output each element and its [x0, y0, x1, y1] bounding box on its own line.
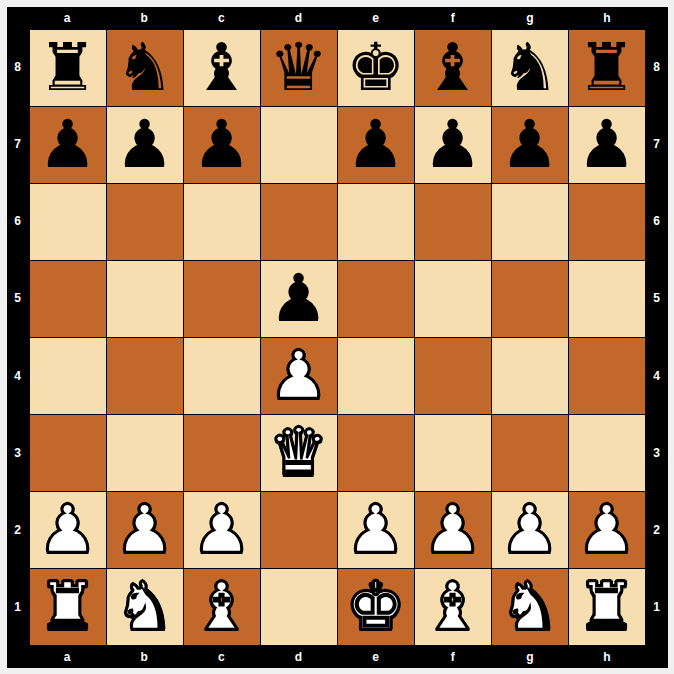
- rank-label-5: 5: [7, 260, 29, 337]
- file-labels-bottom: abcdefgh: [29, 646, 646, 668]
- file-label-c: c: [183, 646, 260, 668]
- square-g4[interactable]: [492, 338, 568, 414]
- square-a1[interactable]: ♜: [30, 569, 106, 645]
- square-e1[interactable]: ♚: [338, 569, 414, 645]
- square-g1[interactable]: ♞: [492, 569, 568, 645]
- rank-label-4: 4: [7, 337, 29, 414]
- square-c8[interactable]: ♝: [184, 30, 260, 106]
- square-g2[interactable]: ♟: [492, 492, 568, 568]
- rank-label-8: 8: [646, 29, 668, 106]
- piece-black-pawn: ♟: [346, 107, 405, 183]
- frame-corner: [7, 7, 29, 29]
- file-labels-top: abcdefgh: [29, 7, 646, 29]
- square-f3[interactable]: [415, 415, 491, 491]
- piece-white-queen: ♛: [269, 415, 328, 491]
- piece-black-pawn: ♟: [269, 261, 328, 337]
- rank-labels-left: 87654321: [7, 29, 29, 646]
- piece-black-bishop: ♝: [192, 30, 251, 106]
- square-c4[interactable]: [184, 338, 260, 414]
- square-c7[interactable]: ♟: [184, 107, 260, 183]
- square-a6[interactable]: [30, 184, 106, 260]
- square-c2[interactable]: ♟: [184, 492, 260, 568]
- piece-black-pawn: ♟: [38, 107, 97, 183]
- piece-white-pawn: ♟: [38, 492, 97, 568]
- frame-corner: [646, 7, 668, 29]
- piece-white-pawn: ♟: [346, 492, 405, 568]
- piece-white-pawn: ♟: [192, 492, 251, 568]
- piece-white-rook: ♜: [38, 569, 97, 645]
- square-f8[interactable]: ♝: [415, 30, 491, 106]
- file-label-b: b: [106, 646, 183, 668]
- file-label-d: d: [260, 7, 337, 29]
- piece-black-pawn: ♟: [192, 107, 251, 183]
- square-d5[interactable]: ♟: [261, 261, 337, 337]
- piece-white-king: ♚: [346, 569, 405, 645]
- piece-black-king: ♚: [346, 30, 405, 106]
- square-g6[interactable]: [492, 184, 568, 260]
- piece-black-bishop: ♝: [423, 30, 482, 106]
- square-a4[interactable]: [30, 338, 106, 414]
- square-f1[interactable]: ♝: [415, 569, 491, 645]
- square-b6[interactable]: [107, 184, 183, 260]
- square-h2[interactable]: ♟: [569, 492, 645, 568]
- square-b8[interactable]: ♞: [107, 30, 183, 106]
- file-label-h: h: [568, 7, 645, 29]
- file-label-g: g: [491, 646, 568, 668]
- piece-black-rook: ♜: [577, 30, 636, 106]
- square-f4[interactable]: [415, 338, 491, 414]
- square-d4[interactable]: ♟: [261, 338, 337, 414]
- square-a7[interactable]: ♟: [30, 107, 106, 183]
- square-d8[interactable]: ♛: [261, 30, 337, 106]
- file-label-b: b: [106, 7, 183, 29]
- file-label-f: f: [414, 7, 491, 29]
- file-label-e: e: [337, 7, 414, 29]
- square-d1[interactable]: [261, 569, 337, 645]
- square-b4[interactable]: [107, 338, 183, 414]
- rank-label-8: 8: [7, 29, 29, 106]
- square-d7[interactable]: [261, 107, 337, 183]
- piece-black-queen: ♛: [269, 30, 328, 106]
- rank-label-7: 7: [7, 106, 29, 183]
- file-label-c: c: [183, 7, 260, 29]
- frame-corner: [646, 646, 668, 668]
- square-h5[interactable]: [569, 261, 645, 337]
- rank-label-1: 1: [646, 568, 668, 645]
- square-e3[interactable]: [338, 415, 414, 491]
- square-f2[interactable]: ♟: [415, 492, 491, 568]
- piece-white-pawn: ♟: [115, 492, 174, 568]
- square-e5[interactable]: [338, 261, 414, 337]
- square-c1[interactable]: ♝: [184, 569, 260, 645]
- piece-white-bishop: ♝: [192, 569, 251, 645]
- piece-white-bishop: ♝: [423, 569, 482, 645]
- square-h3[interactable]: [569, 415, 645, 491]
- square-b2[interactable]: ♟: [107, 492, 183, 568]
- square-f7[interactable]: ♟: [415, 107, 491, 183]
- square-g3[interactable]: [492, 415, 568, 491]
- page-background: abcdefgh 87654321 ♜♞♝♛♚♝♞♜♟♟♟♟♟♟♟♟♟♛♟♟♟♟…: [0, 0, 674, 674]
- file-label-g: g: [491, 7, 568, 29]
- square-h6[interactable]: [569, 184, 645, 260]
- square-c3[interactable]: [184, 415, 260, 491]
- square-c5[interactable]: [184, 261, 260, 337]
- square-b7[interactable]: ♟: [107, 107, 183, 183]
- rank-label-5: 5: [646, 260, 668, 337]
- piece-white-pawn: ♟: [577, 492, 636, 568]
- square-f5[interactable]: [415, 261, 491, 337]
- square-a8[interactable]: ♜: [30, 30, 106, 106]
- piece-white-rook: ♜: [577, 569, 636, 645]
- square-c6[interactable]: [184, 184, 260, 260]
- square-a5[interactable]: [30, 261, 106, 337]
- square-a2[interactable]: ♟: [30, 492, 106, 568]
- square-h1[interactable]: ♜: [569, 569, 645, 645]
- piece-black-rook: ♜: [38, 30, 97, 106]
- square-e6[interactable]: [338, 184, 414, 260]
- square-g8[interactable]: ♞: [492, 30, 568, 106]
- rank-label-2: 2: [646, 491, 668, 568]
- rank-labels-right: 87654321: [646, 29, 668, 646]
- piece-white-knight: ♞: [500, 569, 559, 645]
- piece-white-knight: ♞: [115, 569, 174, 645]
- file-label-a: a: [29, 7, 106, 29]
- square-d3[interactable]: ♛: [261, 415, 337, 491]
- file-label-d: d: [260, 646, 337, 668]
- square-b5[interactable]: [107, 261, 183, 337]
- square-h4[interactable]: [569, 338, 645, 414]
- square-f6[interactable]: [415, 184, 491, 260]
- file-label-f: f: [414, 646, 491, 668]
- piece-white-pawn: ♟: [423, 492, 482, 568]
- square-b3[interactable]: [107, 415, 183, 491]
- file-label-a: a: [29, 646, 106, 668]
- square-g5[interactable]: [492, 261, 568, 337]
- file-label-e: e: [337, 646, 414, 668]
- piece-white-pawn: ♟: [269, 338, 328, 414]
- square-b1[interactable]: ♞: [107, 569, 183, 645]
- file-label-h: h: [568, 646, 645, 668]
- rank-label-3: 3: [646, 414, 668, 491]
- rank-label-4: 4: [646, 337, 668, 414]
- piece-black-pawn: ♟: [577, 107, 636, 183]
- chess-board: ♜♞♝♛♚♝♞♜♟♟♟♟♟♟♟♟♟♛♟♟♟♟♟♟♟♜♞♝♚♝♞♜: [30, 30, 645, 645]
- piece-black-pawn: ♟: [500, 107, 559, 183]
- piece-black-knight: ♞: [500, 30, 559, 106]
- square-a3[interactable]: [30, 415, 106, 491]
- piece-black-knight: ♞: [115, 30, 174, 106]
- square-e2[interactable]: ♟: [338, 492, 414, 568]
- square-g7[interactable]: ♟: [492, 107, 568, 183]
- rank-label-6: 6: [7, 183, 29, 260]
- piece-black-pawn: ♟: [423, 107, 482, 183]
- piece-white-pawn: ♟: [500, 492, 559, 568]
- piece-black-pawn: ♟: [115, 107, 174, 183]
- rank-label-6: 6: [646, 183, 668, 260]
- square-h7[interactable]: ♟: [569, 107, 645, 183]
- rank-label-1: 1: [7, 568, 29, 645]
- rank-label-2: 2: [7, 491, 29, 568]
- square-d2[interactable]: [261, 492, 337, 568]
- square-d6[interactable]: [261, 184, 337, 260]
- frame-corner: [7, 646, 29, 668]
- chess-board-frame: abcdefgh 87654321 ♜♞♝♛♚♝♞♜♟♟♟♟♟♟♟♟♟♛♟♟♟♟…: [7, 7, 668, 668]
- square-h8[interactable]: ♜: [569, 30, 645, 106]
- square-e8[interactable]: ♚: [338, 30, 414, 106]
- square-e4[interactable]: [338, 338, 414, 414]
- square-e7[interactable]: ♟: [338, 107, 414, 183]
- rank-label-7: 7: [646, 106, 668, 183]
- rank-label-3: 3: [7, 414, 29, 491]
